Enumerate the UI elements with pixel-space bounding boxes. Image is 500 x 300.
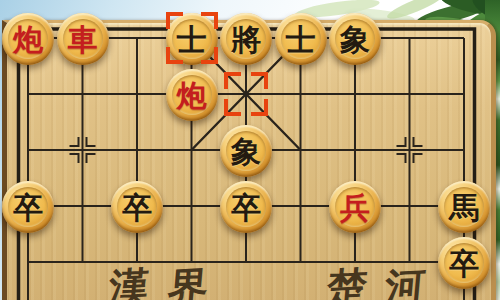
piece-character: 將: [220, 13, 272, 65]
xiangqi-game-screen: 漢 界 楚 河 炮車士將士象炮象卒卒卒兵馬卒: [0, 0, 500, 300]
piece-black-advisor[interactable]: 士: [275, 13, 327, 65]
piece-character: 卒: [220, 181, 272, 233]
piece-character: 卒: [2, 181, 54, 233]
piece-black-soldier[interactable]: 卒: [2, 181, 54, 233]
river-label-chu: 楚: [323, 265, 371, 300]
piece-black-general[interactable]: 將: [220, 13, 272, 65]
piece-character: 卒: [111, 181, 163, 233]
piece-black-soldier[interactable]: 卒: [438, 237, 490, 289]
piece-black-soldier[interactable]: 卒: [220, 181, 272, 233]
piece-red-chariot[interactable]: 車: [57, 13, 109, 65]
piece-character: 車: [57, 13, 109, 65]
river-label-he: 河: [381, 265, 429, 300]
river-label-han: 漢: [105, 265, 153, 300]
piece-character: 兵: [329, 181, 381, 233]
piece-black-horse[interactable]: 馬: [438, 181, 490, 233]
last-move-bracket-icon: [166, 12, 218, 64]
piece-character: 卒: [438, 237, 490, 289]
piece-character: 象: [329, 13, 381, 65]
piece-red-cannon[interactable]: 炮: [166, 69, 218, 121]
piece-black-elephant[interactable]: 象: [329, 13, 381, 65]
river-label-jie: 界: [164, 265, 212, 300]
piece-red-cannon[interactable]: 炮: [2, 13, 54, 65]
piece-red-soldier[interactable]: 兵: [329, 181, 381, 233]
last-move-bracket-icon: [224, 72, 268, 116]
piece-character: 士: [275, 13, 327, 65]
piece-character: 炮: [2, 13, 54, 65]
piece-character: 炮: [166, 69, 218, 121]
piece-character: 象: [220, 125, 272, 177]
piece-character: 馬: [438, 181, 490, 233]
piece-black-elephant[interactable]: 象: [220, 125, 272, 177]
piece-black-soldier[interactable]: 卒: [111, 181, 163, 233]
